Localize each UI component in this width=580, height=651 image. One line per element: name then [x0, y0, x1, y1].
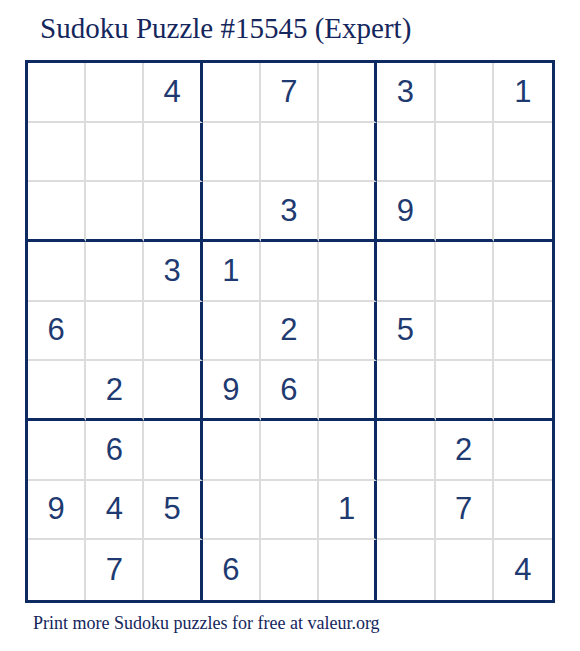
- cell-r5c9: [494, 302, 552, 362]
- cell-r3c7: 9: [377, 182, 435, 242]
- cell-r5c8: [436, 302, 494, 362]
- cell-r3c9: [494, 182, 552, 242]
- cell-r7c1: [28, 421, 86, 481]
- cell-r2c9: [494, 123, 552, 183]
- cell-r4c1: [28, 242, 86, 302]
- cell-r4c2: [86, 242, 144, 302]
- cell-r1c2: [86, 63, 144, 123]
- cell-r2c4: [203, 123, 261, 183]
- cell-r7c9: [494, 421, 552, 481]
- cell-r7c4: [203, 421, 261, 481]
- cell-r5c1: 6: [28, 302, 86, 362]
- cell-r6c2: 2: [86, 361, 144, 421]
- cell-r2c3: [144, 123, 202, 183]
- cell-r1c1: [28, 63, 86, 123]
- cell-r7c6: [319, 421, 377, 481]
- cell-r6c4: 9: [203, 361, 261, 421]
- cell-r7c5: [261, 421, 319, 481]
- cell-r2c7: [377, 123, 435, 183]
- cell-r6c1: [28, 361, 86, 421]
- cell-r6c6: [319, 361, 377, 421]
- cell-r2c2: [86, 123, 144, 183]
- footer-text: Print more Sudoku puzzles for free at va…: [33, 613, 380, 634]
- cell-r8c2: 4: [86, 481, 144, 541]
- cell-r4c8: [436, 242, 494, 302]
- cell-r1c6: [319, 63, 377, 123]
- cell-r5c2: [86, 302, 144, 362]
- cell-r2c8: [436, 123, 494, 183]
- cell-r4c4: 1: [203, 242, 261, 302]
- cell-r3c4: [203, 182, 261, 242]
- cell-r9c9: 4: [494, 540, 552, 600]
- cell-r3c8: [436, 182, 494, 242]
- cell-r9c3: [144, 540, 202, 600]
- cell-r5c4: [203, 302, 261, 362]
- cell-r5c3: [144, 302, 202, 362]
- cell-r3c2: [86, 182, 144, 242]
- cell-r9c4: 6: [203, 540, 261, 600]
- cell-r3c3: [144, 182, 202, 242]
- cell-r1c3: 4: [144, 63, 202, 123]
- cell-r4c7: [377, 242, 435, 302]
- sudoku-grid: 473139316252966294517764: [25, 60, 555, 603]
- cell-r6c3: [144, 361, 202, 421]
- cell-r4c9: [494, 242, 552, 302]
- cell-r8c6: 1: [319, 481, 377, 541]
- cell-r2c6: [319, 123, 377, 183]
- cell-r7c2: 6: [86, 421, 144, 481]
- cell-r7c3: [144, 421, 202, 481]
- cell-r9c8: [436, 540, 494, 600]
- cell-r9c6: [319, 540, 377, 600]
- cell-r3c1: [28, 182, 86, 242]
- cell-r4c3: 3: [144, 242, 202, 302]
- cell-r1c5: 7: [261, 63, 319, 123]
- cell-r8c3: 5: [144, 481, 202, 541]
- cell-r7c7: [377, 421, 435, 481]
- cell-r9c1: [28, 540, 86, 600]
- cell-r9c2: 7: [86, 540, 144, 600]
- cell-r6c5: 6: [261, 361, 319, 421]
- cell-r8c7: [377, 481, 435, 541]
- cell-r5c6: [319, 302, 377, 362]
- cell-r6c9: [494, 361, 552, 421]
- cell-r9c5: [261, 540, 319, 600]
- cell-r8c1: 9: [28, 481, 86, 541]
- cell-r6c7: [377, 361, 435, 421]
- cell-r1c4: [203, 63, 261, 123]
- cell-r1c8: [436, 63, 494, 123]
- cell-r1c9: 1: [494, 63, 552, 123]
- cell-r8c4: [203, 481, 261, 541]
- cell-r3c5: 3: [261, 182, 319, 242]
- cell-r9c7: [377, 540, 435, 600]
- cell-r7c8: 2: [436, 421, 494, 481]
- cell-r4c5: [261, 242, 319, 302]
- cell-r1c7: 3: [377, 63, 435, 123]
- cell-r2c5: [261, 123, 319, 183]
- cell-r6c8: [436, 361, 494, 421]
- page-title: Sudoku Puzzle #15545 (Expert): [40, 12, 411, 45]
- cell-r4c6: [319, 242, 377, 302]
- cell-r5c5: 2: [261, 302, 319, 362]
- cell-r8c8: 7: [436, 481, 494, 541]
- cell-r2c1: [28, 123, 86, 183]
- cell-r5c7: 5: [377, 302, 435, 362]
- cell-r8c9: [494, 481, 552, 541]
- cell-r3c6: [319, 182, 377, 242]
- cell-r8c5: [261, 481, 319, 541]
